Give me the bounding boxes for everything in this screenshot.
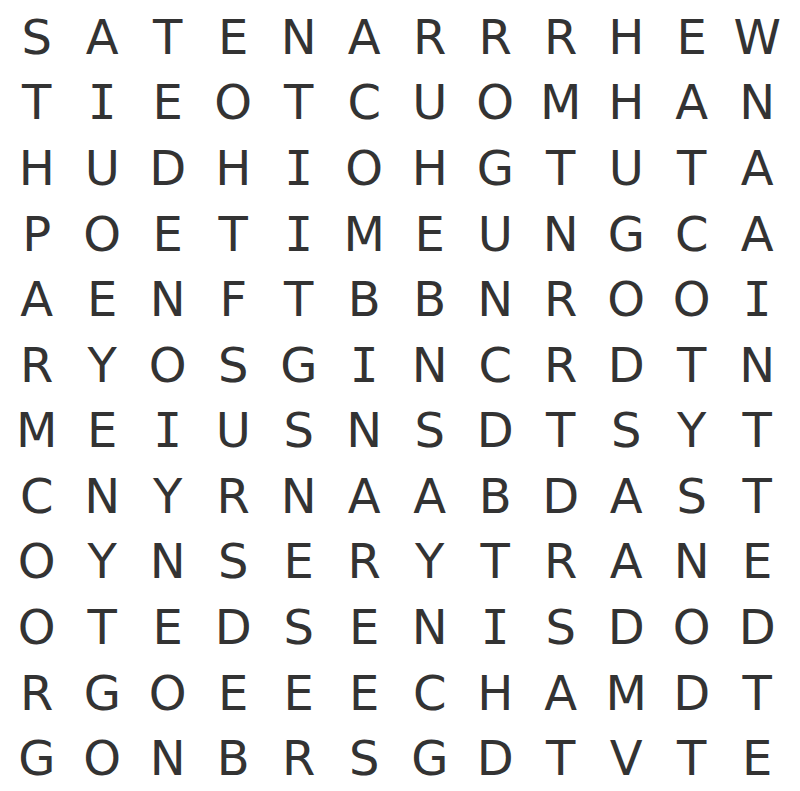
grid-cell[interactable]: B <box>397 266 463 332</box>
grid-cell[interactable]: R <box>463 4 529 70</box>
grid-cell[interactable]: N <box>397 594 463 660</box>
grid-cell[interactable]: N <box>70 463 136 529</box>
grid-cell[interactable]: U <box>70 135 136 201</box>
grid-cell[interactable]: T <box>725 398 791 464</box>
grid-cell[interactable]: T <box>725 660 791 726</box>
grid-cell[interactable]: B <box>332 266 398 332</box>
grid-cell[interactable]: D <box>659 660 725 726</box>
grid-cell[interactable]: V <box>594 725 660 791</box>
grid-cell[interactable]: I <box>135 398 201 464</box>
grid-cell[interactable]: H <box>463 660 529 726</box>
grid-cell[interactable]: R <box>332 529 398 595</box>
grid-cell[interactable]: I <box>70 70 136 136</box>
grid-cell[interactable]: M <box>332 201 398 267</box>
grid-cell[interactable]: N <box>725 70 791 136</box>
grid-cell[interactable]: S <box>659 463 725 529</box>
grid-cell[interactable]: O <box>332 135 398 201</box>
grid-cell[interactable]: Y <box>397 529 463 595</box>
grid-cell[interactable]: N <box>266 4 332 70</box>
grid-cell[interactable]: O <box>4 594 70 660</box>
grid-cell[interactable]: A <box>70 4 136 70</box>
grid-cell[interactable]: E <box>135 201 201 267</box>
grid-cell[interactable]: G <box>463 135 529 201</box>
grid-cell[interactable]: N <box>397 332 463 398</box>
grid-cell[interactable]: R <box>528 529 594 595</box>
grid-cell[interactable]: T <box>266 266 332 332</box>
grid-cell[interactable]: S <box>201 529 267 595</box>
grid-cell[interactable]: N <box>135 266 201 332</box>
grid-cell[interactable]: O <box>135 332 201 398</box>
grid-cell[interactable]: C <box>397 660 463 726</box>
grid-cell[interactable]: S <box>4 4 70 70</box>
grid-cell[interactable]: S <box>201 332 267 398</box>
grid-cell[interactable]: N <box>135 529 201 595</box>
grid-cell[interactable]: E <box>70 398 136 464</box>
grid-cell[interactable]: E <box>725 529 791 595</box>
grid-cell[interactable]: G <box>397 725 463 791</box>
grid-cell[interactable]: A <box>397 463 463 529</box>
grid-cell[interactable]: E <box>135 70 201 136</box>
grid-cell[interactable]: H <box>4 135 70 201</box>
grid-cell[interactable]: E <box>725 725 791 791</box>
grid-cell[interactable]: N <box>332 398 398 464</box>
grid-cell[interactable]: E <box>201 660 267 726</box>
grid-cell[interactable]: Y <box>659 398 725 464</box>
grid-cell[interactable]: N <box>135 725 201 791</box>
grid-cell[interactable]: O <box>659 266 725 332</box>
grid-cell[interactable]: G <box>70 660 136 726</box>
grid-cell[interactable]: N <box>725 332 791 398</box>
grid-cell[interactable]: D <box>201 594 267 660</box>
grid-cell[interactable]: U <box>594 135 660 201</box>
grid-cell[interactable]: I <box>266 135 332 201</box>
grid-cell[interactable]: H <box>201 135 267 201</box>
grid-cell[interactable]: R <box>201 463 267 529</box>
grid-cell[interactable]: W <box>725 4 791 70</box>
grid-cell[interactable]: P <box>4 201 70 267</box>
grid-cell[interactable]: I <box>332 332 398 398</box>
grid-cell[interactable]: A <box>594 463 660 529</box>
grid-cell[interactable]: E <box>266 529 332 595</box>
grid-cell[interactable]: E <box>332 660 398 726</box>
grid-cell[interactable]: B <box>463 463 529 529</box>
grid-cell[interactable]: D <box>135 135 201 201</box>
grid-cell[interactable]: O <box>70 725 136 791</box>
grid-cell[interactable]: Y <box>70 529 136 595</box>
grid-cell[interactable]: U <box>201 398 267 464</box>
grid-cell[interactable]: O <box>4 529 70 595</box>
grid-cell[interactable]: T <box>725 463 791 529</box>
grid-cell[interactable]: M <box>594 660 660 726</box>
grid-cell[interactable]: E <box>70 266 136 332</box>
grid-cell[interactable]: D <box>528 463 594 529</box>
grid-cell[interactable]: I <box>463 594 529 660</box>
grid-cell[interactable]: R <box>528 266 594 332</box>
grid-cell[interactable]: C <box>659 201 725 267</box>
grid-cell[interactable]: D <box>463 725 529 791</box>
grid-cell[interactable]: D <box>725 594 791 660</box>
grid-cell[interactable]: M <box>4 398 70 464</box>
grid-cell[interactable]: A <box>4 266 70 332</box>
grid-cell[interactable]: R <box>397 4 463 70</box>
grid-cell[interactable]: M <box>528 70 594 136</box>
grid-cell[interactable]: N <box>659 529 725 595</box>
grid-cell[interactable]: S <box>266 398 332 464</box>
grid-cell[interactable]: C <box>332 70 398 136</box>
grid-cell[interactable]: D <box>594 332 660 398</box>
grid-cell[interactable]: I <box>266 201 332 267</box>
grid-cell[interactable]: O <box>659 594 725 660</box>
grid-cell[interactable]: E <box>135 594 201 660</box>
grid-cell[interactable]: C <box>4 463 70 529</box>
grid-cell[interactable]: E <box>266 660 332 726</box>
grid-cell[interactable]: U <box>397 70 463 136</box>
grid-cell[interactable]: G <box>266 332 332 398</box>
grid-cell[interactable]: T <box>70 594 136 660</box>
grid-cell[interactable]: E <box>397 201 463 267</box>
grid-cell[interactable]: H <box>594 4 660 70</box>
grid-cell[interactable]: N <box>528 201 594 267</box>
grid-cell[interactable]: S <box>528 594 594 660</box>
grid-cell[interactable]: R <box>4 660 70 726</box>
grid-cell[interactable]: F <box>201 266 267 332</box>
grid-cell[interactable]: A <box>528 660 594 726</box>
grid-cell[interactable]: T <box>4 70 70 136</box>
grid-cell[interactable]: O <box>70 201 136 267</box>
grid-cell[interactable]: O <box>463 70 529 136</box>
grid-cell[interactable]: Y <box>70 332 136 398</box>
grid-cell[interactable]: E <box>659 4 725 70</box>
grid-cell[interactable]: D <box>594 594 660 660</box>
grid-cell[interactable]: A <box>332 463 398 529</box>
grid-cell[interactable]: O <box>201 70 267 136</box>
grid-cell[interactable]: H <box>397 135 463 201</box>
grid-cell[interactable]: O <box>594 266 660 332</box>
grid-cell[interactable]: B <box>201 725 267 791</box>
grid-cell[interactable]: S <box>332 725 398 791</box>
grid-cell[interactable]: T <box>659 725 725 791</box>
grid-cell[interactable]: O <box>135 660 201 726</box>
grid-cell[interactable]: E <box>332 594 398 660</box>
grid-cell[interactable]: T <box>266 70 332 136</box>
grid-cell[interactable]: S <box>594 398 660 464</box>
grid-cell[interactable]: A <box>659 70 725 136</box>
word-search-grid: SATENARRRHEWTIEOTCUOMHANHUDHIOHGTUTAPOET… <box>0 0 800 791</box>
grid-cell[interactable]: S <box>266 594 332 660</box>
grid-cell[interactable]: I <box>725 266 791 332</box>
grid-cell[interactable]: T <box>201 201 267 267</box>
grid-cell[interactable]: A <box>594 529 660 595</box>
grid-cell[interactable]: N <box>463 266 529 332</box>
grid-cell[interactable]: C <box>463 332 529 398</box>
grid-cell[interactable]: R <box>266 725 332 791</box>
grid-cell[interactable]: R <box>528 4 594 70</box>
grid-cell[interactable]: T <box>528 725 594 791</box>
grid-cell[interactable]: A <box>725 135 791 201</box>
grid-cell[interactable]: T <box>528 398 594 464</box>
grid-cell[interactable]: G <box>4 725 70 791</box>
grid-cell[interactable]: G <box>594 201 660 267</box>
grid-cell[interactable]: T <box>528 135 594 201</box>
grid-cell[interactable]: T <box>135 4 201 70</box>
grid-cell[interactable]: U <box>463 201 529 267</box>
grid-cell[interactable]: A <box>332 4 398 70</box>
grid-cell[interactable]: D <box>463 398 529 464</box>
grid-cell[interactable]: Y <box>135 463 201 529</box>
grid-cell[interactable]: T <box>659 135 725 201</box>
grid-cell[interactable]: E <box>201 4 267 70</box>
grid-cell[interactable]: T <box>659 332 725 398</box>
grid-cell[interactable]: H <box>594 70 660 136</box>
grid-cell[interactable]: A <box>725 201 791 267</box>
grid-cell[interactable]: S <box>397 398 463 464</box>
grid-cell[interactable]: N <box>266 463 332 529</box>
grid-cell[interactable]: R <box>528 332 594 398</box>
grid-cell[interactable]: R <box>4 332 70 398</box>
grid-cell[interactable]: T <box>463 529 529 595</box>
